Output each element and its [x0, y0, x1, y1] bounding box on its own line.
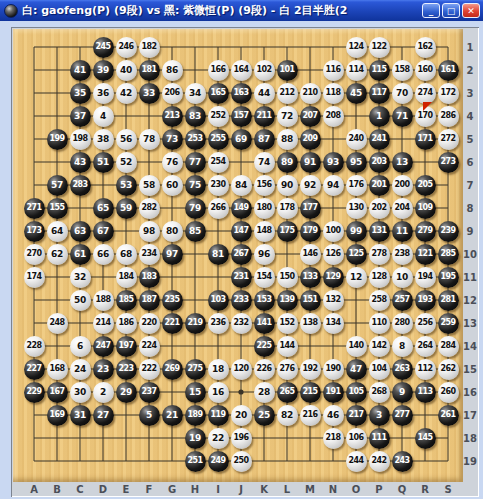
stone-C15-move-24: 24: [70, 359, 91, 380]
row-label-9: 9: [467, 226, 474, 237]
stone-S11-move-195: 195: [438, 267, 459, 288]
stone-R18-move-145: 145: [415, 428, 436, 449]
stone-P13-move-110: 110: [369, 313, 390, 334]
stone-L2-move-101: 101: [277, 60, 298, 81]
stone-K6-move-74: 74: [254, 152, 275, 173]
stone-B15-move-168: 168: [47, 359, 68, 380]
stone-E16-move-29: 29: [116, 382, 137, 403]
col-label-M: M: [305, 484, 315, 495]
stone-S14-move-284: 284: [438, 336, 459, 357]
stone-F17-move-5: 5: [139, 405, 160, 426]
stone-G10-move-97: 97: [162, 244, 183, 265]
row-label-4: 4: [467, 111, 474, 122]
stone-G17-move-21: 21: [162, 405, 183, 426]
stone-Q19-move-243: 243: [392, 451, 413, 472]
stone-K8-move-180: 180: [254, 198, 275, 219]
stone-J10-move-267: 267: [231, 244, 252, 265]
stone-E13-move-186: 186: [116, 313, 137, 334]
stone-P8-move-202: 202: [369, 198, 390, 219]
stone-K3-move-44: 44: [254, 83, 275, 104]
stone-F9-move-98: 98: [139, 221, 160, 242]
stone-L11-move-150: 150: [277, 267, 298, 288]
stone-M8-move-177: 177: [300, 198, 321, 219]
stone-O6-move-95: 95: [346, 152, 367, 173]
stone-I7-move-230: 230: [208, 175, 229, 196]
stone-M9-move-179: 179: [300, 221, 321, 242]
stone-J2-move-164: 164: [231, 60, 252, 81]
col-label-C: C: [76, 484, 83, 495]
column-coordinate-strip: ABCDEFGHIJKLMNOPQRS: [13, 482, 477, 495]
stone-S5-move-272: 272: [438, 129, 459, 150]
stone-J12-move-233: 233: [231, 290, 252, 311]
stone-J18-move-196: 196: [231, 428, 252, 449]
close-button[interactable]: ✕: [462, 3, 480, 18]
stone-K7-move-156: 156: [254, 175, 275, 196]
board-frame: 2452461821241221624139401818616616410210…: [11, 27, 479, 497]
stone-L16-move-265: 265: [277, 382, 298, 403]
stone-P1-move-122: 122: [369, 37, 390, 58]
window-title: 白: gaofeng(P) (9段) vs 黑: 紫微恒(P) (9段) - 白…: [22, 3, 422, 18]
stone-O17-move-217: 217: [346, 405, 367, 426]
row-label-6: 6: [467, 157, 474, 168]
stone-K10-move-96: 96: [254, 244, 275, 265]
stone-E8-move-59: 59: [116, 198, 137, 219]
row-label-19: 19: [463, 456, 477, 467]
stone-N10-move-126: 126: [323, 244, 344, 265]
stone-P4-move-1: 1: [369, 106, 390, 127]
stone-S16-move-260: 260: [438, 382, 459, 403]
stone-H6-move-77: 77: [185, 152, 206, 173]
stone-Q2-move-158: 158: [392, 60, 413, 81]
stone-O9-move-99: 99: [346, 221, 367, 242]
stone-D6-move-51: 51: [93, 152, 114, 173]
stone-N6-move-93: 93: [323, 152, 344, 173]
stone-I10-move-81: 81: [208, 244, 229, 265]
stone-G13-move-221: 221: [162, 313, 183, 334]
stone-O14-move-140: 140: [346, 336, 367, 357]
row-label-18: 18: [463, 433, 477, 444]
stone-P19-move-242: 242: [369, 451, 390, 472]
stone-H9-move-85: 85: [185, 221, 206, 242]
row-label-13: 13: [463, 318, 477, 329]
stone-I13-move-236: 236: [208, 313, 229, 334]
stone-S12-move-281: 281: [438, 290, 459, 311]
stone-B16-move-167: 167: [47, 382, 68, 403]
stone-P11-move-128: 128: [369, 267, 390, 288]
go-board: 2452461821241221624139401818616616410210…: [13, 29, 463, 482]
stone-Q17-move-277: 277: [392, 405, 413, 426]
stone-E6-move-52: 52: [116, 152, 137, 173]
col-label-P: P: [375, 484, 382, 495]
stone-S2-move-161: 161: [438, 60, 459, 81]
stone-C14-move-6: 6: [70, 336, 91, 357]
stone-C3-move-35: 35: [70, 83, 91, 104]
stone-L8-move-178: 178: [277, 198, 298, 219]
stone-R8-move-109: 109: [415, 198, 436, 219]
minimize-button[interactable]: _: [422, 3, 440, 18]
stone-N4-move-208: 208: [323, 106, 344, 127]
stone-O18-move-106: 106: [346, 428, 367, 449]
stone-J13-move-232: 232: [231, 313, 252, 334]
stone-J3-move-163: 163: [231, 83, 252, 104]
row-label-17: 17: [463, 410, 477, 421]
stone-D12-move-188: 188: [93, 290, 114, 311]
stone-M12-move-151: 151: [300, 290, 321, 311]
stone-R7-move-205: 205: [415, 175, 436, 196]
col-label-B: B: [53, 484, 61, 495]
stone-Q6-move-13: 13: [392, 152, 413, 173]
stone-K4-move-211: 211: [254, 106, 275, 127]
stone-C10-move-61: 61: [70, 244, 91, 265]
row-label-7: 7: [467, 180, 474, 191]
stone-K14-move-225: 225: [254, 336, 275, 357]
stone-O7-move-176: 176: [346, 175, 367, 196]
stone-B13-move-248: 248: [47, 313, 68, 334]
stone-M4-move-207: 207: [300, 106, 321, 127]
stone-R13-move-256: 256: [415, 313, 436, 334]
stone-F2-move-181: 181: [139, 60, 160, 81]
stone-P9-move-131: 131: [369, 221, 390, 242]
stone-O3-move-45: 45: [346, 83, 367, 104]
stone-N12-move-132: 132: [323, 290, 344, 311]
stone-R2-move-160: 160: [415, 60, 436, 81]
stone-G12-move-235: 235: [162, 290, 183, 311]
game-record-window: 白: gaofeng(P) (9段) vs 黑: 紫微恒(P) (9段) - 白…: [0, 0, 483, 499]
stone-F8-move-282: 282: [139, 198, 160, 219]
stone-D15-move-23: 23: [93, 359, 114, 380]
stone-N15-move-190: 190: [323, 359, 344, 380]
maximize-button[interactable]: □: [442, 3, 460, 18]
stone-F15-move-222: 222: [139, 359, 160, 380]
stone-N2-move-116: 116: [323, 60, 344, 81]
stone-G3-move-206: 206: [162, 83, 183, 104]
stone-E2-move-40: 40: [116, 60, 137, 81]
stone-H19-move-251: 251: [185, 451, 206, 472]
stone-H17-move-189: 189: [185, 405, 206, 426]
stone-L14-move-144: 144: [277, 336, 298, 357]
stone-F11-move-183: 183: [139, 267, 160, 288]
stone-I15-move-18: 18: [208, 359, 229, 380]
stone-J11-move-231: 231: [231, 267, 252, 288]
col-label-L: L: [284, 484, 290, 495]
stone-M13-move-138: 138: [300, 313, 321, 334]
stone-R12-move-193: 193: [415, 290, 436, 311]
stone-H16-move-15: 15: [185, 382, 206, 403]
stone-N17-move-46: 46: [323, 405, 344, 426]
col-label-O: O: [352, 484, 361, 495]
stone-O2-move-114: 114: [346, 60, 367, 81]
stone-S3-move-172: 172: [438, 83, 459, 104]
stone-H13-move-219: 219: [185, 313, 206, 334]
stone-C9-move-63: 63: [70, 221, 91, 242]
stone-S17-move-261: 261: [438, 405, 459, 426]
stone-F13-move-220: 220: [139, 313, 160, 334]
stone-B5-move-199: 199: [47, 129, 68, 150]
stone-C2-move-41: 41: [70, 60, 91, 81]
stone-S9-move-239: 239: [438, 221, 459, 242]
col-label-R: R: [421, 484, 429, 495]
stone-N18-move-218: 218: [323, 428, 344, 449]
stone-S6-move-273: 273: [438, 152, 459, 173]
stone-R11-move-194: 194: [415, 267, 436, 288]
stone-J17-move-20: 20: [231, 405, 252, 426]
stone-C6-move-43: 43: [70, 152, 91, 173]
stone-M7-move-92: 92: [300, 175, 321, 196]
stone-K17-move-25: 25: [254, 405, 275, 426]
stone-C17-move-31: 31: [70, 405, 91, 426]
stone-H3-move-34: 34: [185, 83, 206, 104]
stone-R3-move-274: 274: [415, 83, 436, 104]
stone-O8-move-130: 130: [346, 198, 367, 219]
stone-L4-move-72: 72: [277, 106, 298, 127]
stone-A11-move-174: 174: [24, 267, 45, 288]
stone-I12-move-103: 103: [208, 290, 229, 311]
row-label-15: 15: [463, 364, 477, 375]
stone-M15-move-192: 192: [300, 359, 321, 380]
stone-M3-move-210: 210: [300, 83, 321, 104]
stone-I18-move-22: 22: [208, 428, 229, 449]
row-label-1: 1: [467, 42, 474, 53]
col-label-Q: Q: [398, 484, 407, 495]
stone-D14-move-247: 247: [93, 336, 114, 357]
stone-R5-move-171: 171: [415, 129, 436, 150]
stone-D8-move-65: 65: [93, 198, 114, 219]
stone-P10-move-278: 278: [369, 244, 390, 265]
row-label-8: 8: [467, 203, 474, 214]
stone-I3-move-165: 165: [208, 83, 229, 104]
stone-D17-move-27: 27: [93, 405, 114, 426]
stone-I8-move-266: 266: [208, 198, 229, 219]
stone-I19-move-249: 249: [208, 451, 229, 472]
stone-G5-move-73: 73: [162, 129, 183, 150]
col-label-D: D: [99, 484, 107, 495]
col-label-K: K: [260, 484, 268, 495]
stone-F1-move-182: 182: [139, 37, 160, 58]
row-label-10: 10: [463, 249, 477, 260]
stone-M5-move-209: 209: [300, 129, 321, 150]
stone-J19-move-250: 250: [231, 451, 252, 472]
stone-E14-move-197: 197: [116, 336, 137, 357]
stone-N7-move-94: 94: [323, 175, 344, 196]
stone-R15-move-112: 112: [415, 359, 436, 380]
stone-B17-move-169: 169: [47, 405, 68, 426]
stone-L9-move-175: 175: [277, 221, 298, 242]
col-label-N: N: [329, 484, 337, 495]
stone-D5-move-38: 38: [93, 129, 114, 150]
stone-G6-move-76: 76: [162, 152, 183, 173]
stone-E15-move-223: 223: [116, 359, 137, 380]
stone-Q12-move-257: 257: [392, 290, 413, 311]
stone-O19-move-244: 244: [346, 451, 367, 472]
row-label-12: 12: [463, 295, 477, 306]
stone-K2-move-102: 102: [254, 60, 275, 81]
stone-Q3-move-70: 70: [392, 83, 413, 104]
stone-R14-move-264: 264: [415, 336, 436, 357]
stone-S15-move-262: 262: [438, 359, 459, 380]
stone-L6-move-89: 89: [277, 152, 298, 173]
stone-M17-move-216: 216: [300, 405, 321, 426]
stone-H8-move-79: 79: [185, 198, 206, 219]
stone-S13-move-259: 259: [438, 313, 459, 334]
stone-P17-move-3: 3: [369, 405, 390, 426]
stone-P16-move-268: 268: [369, 382, 390, 403]
stone-D9-move-67: 67: [93, 221, 114, 242]
stone-N11-move-129: 129: [323, 267, 344, 288]
row-label-11: 11: [463, 272, 477, 283]
stone-M6-move-91: 91: [300, 152, 321, 173]
stone-O16-move-105: 105: [346, 382, 367, 403]
stone-A16-move-229: 229: [24, 382, 45, 403]
title-bar[interactable]: 白: gaofeng(P) (9段) vs 黑: 紫微恒(P) (9段) - 白…: [0, 0, 483, 21]
stone-S10-move-285: 285: [438, 244, 459, 265]
col-label-F: F: [146, 484, 153, 495]
stone-D1-move-245: 245: [93, 37, 114, 58]
stone-O11-move-12: 12: [346, 267, 367, 288]
stone-N3-move-118: 118: [323, 83, 344, 104]
stone-B8-move-155: 155: [47, 198, 68, 219]
stone-J5-move-69: 69: [231, 129, 252, 150]
stone-E11-move-184: 184: [116, 267, 137, 288]
stone-I2-move-166: 166: [208, 60, 229, 81]
stone-K12-move-153: 153: [254, 290, 275, 311]
stone-J7-move-84: 84: [231, 175, 252, 196]
stone-Q15-move-263: 263: [392, 359, 413, 380]
stone-R10-move-121: 121: [415, 244, 436, 265]
stone-L3-move-212: 212: [277, 83, 298, 104]
stone-Q9-move-11: 11: [392, 221, 413, 242]
row-coordinate-strip: 12345678910111213141516171819: [463, 29, 477, 482]
stone-C16-move-30: 30: [70, 382, 91, 403]
stone-F10-move-234: 234: [139, 244, 160, 265]
stone-G15-move-269: 269: [162, 359, 183, 380]
stone-E10-move-68: 68: [116, 244, 137, 265]
stone-D10-move-66: 66: [93, 244, 114, 265]
stone-I6-move-254: 254: [208, 152, 229, 173]
stone-E1-move-246: 246: [116, 37, 137, 58]
col-label-A: A: [30, 484, 38, 495]
stone-J8-move-149: 149: [231, 198, 252, 219]
col-label-E: E: [123, 484, 130, 495]
stone-L12-move-139: 139: [277, 290, 298, 311]
stone-A14-move-228: 228: [24, 336, 45, 357]
stone-L13-move-152: 152: [277, 313, 298, 334]
row-label-3: 3: [467, 88, 474, 99]
stone-D13-move-214: 214: [93, 313, 114, 334]
stone-A8-move-271: 271: [24, 198, 45, 219]
stone-O10-move-125: 125: [346, 244, 367, 265]
stone-K11-move-154: 154: [254, 267, 275, 288]
col-label-J: J: [239, 484, 243, 495]
stone-G4-move-213: 213: [162, 106, 183, 127]
stone-Q4-move-71: 71: [392, 106, 413, 127]
stone-I16-move-16: 16: [208, 382, 229, 403]
stone-H15-move-275: 275: [185, 359, 206, 380]
stone-F12-move-187: 187: [139, 290, 160, 311]
stone-F3-move-33: 33: [139, 83, 160, 104]
stone-O5-move-240: 240: [346, 129, 367, 150]
stone-P14-move-142: 142: [369, 336, 390, 357]
stone-H4-move-83: 83: [185, 106, 206, 127]
last-move-marker: [423, 102, 432, 111]
col-label-I: I: [216, 484, 220, 495]
stone-I17-move-119: 119: [208, 405, 229, 426]
stone-M11-move-133: 133: [300, 267, 321, 288]
row-label-16: 16: [463, 387, 477, 398]
stone-J15-move-120: 120: [231, 359, 252, 380]
stone-Q14-move-8: 8: [392, 336, 413, 357]
stone-E3-move-42: 42: [116, 83, 137, 104]
row-label-2: 2: [467, 65, 474, 76]
stone-R1-move-162: 162: [415, 37, 436, 58]
col-label-G: G: [168, 484, 176, 495]
stone-H18-move-19: 19: [185, 428, 206, 449]
stone-C4-move-37: 37: [70, 106, 91, 127]
stone-K9-move-148: 148: [254, 221, 275, 242]
stone-N9-move-100: 100: [323, 221, 344, 242]
stone-Q13-move-280: 280: [392, 313, 413, 334]
go-stone-app-icon: [4, 4, 18, 18]
stone-C12-move-50: 50: [70, 290, 91, 311]
stone-B7-move-57: 57: [47, 175, 68, 196]
stone-O1-move-124: 124: [346, 37, 367, 58]
stone-G2-move-86: 86: [162, 60, 183, 81]
stone-F7-move-58: 58: [139, 175, 160, 196]
stone-P6-move-203: 203: [369, 152, 390, 173]
stone-J4-move-157: 157: [231, 106, 252, 127]
stone-F5-move-78: 78: [139, 129, 160, 150]
stone-H5-move-253: 253: [185, 129, 206, 150]
stone-M10-move-146: 146: [300, 244, 321, 265]
stone-A9-move-173: 173: [24, 221, 45, 242]
stone-J9-move-147: 147: [231, 221, 252, 242]
stone-I5-move-255: 255: [208, 129, 229, 150]
stone-Q10-move-238: 238: [392, 244, 413, 265]
stone-D3-move-36: 36: [93, 83, 114, 104]
stone-E7-move-53: 53: [116, 175, 137, 196]
titlebar-buttons: _ □ ✕: [422, 3, 480, 18]
stone-I4-move-252: 252: [208, 106, 229, 127]
stone-L17-move-82: 82: [277, 405, 298, 426]
stone-C5-move-198: 198: [70, 129, 91, 150]
stone-P7-move-201: 201: [369, 175, 390, 196]
stone-F16-move-237: 237: [139, 382, 160, 403]
stone-G7-move-60: 60: [162, 175, 183, 196]
stone-C11-move-32: 32: [70, 267, 91, 288]
stone-B9-move-64: 64: [47, 221, 68, 242]
stone-K16-move-28: 28: [254, 382, 275, 403]
stone-P2-move-115: 115: [369, 60, 390, 81]
stone-G9-move-80: 80: [162, 221, 183, 242]
stone-P5-move-241: 241: [369, 129, 390, 150]
stone-R9-move-279: 279: [415, 221, 436, 242]
stone-D16-move-2: 2: [93, 382, 114, 403]
stone-Q8-move-204: 204: [392, 198, 413, 219]
col-label-S: S: [444, 484, 451, 495]
star-point: [238, 389, 243, 394]
stone-B10-move-62: 62: [47, 244, 68, 265]
stone-L7-move-90: 90: [277, 175, 298, 196]
stone-N13-move-134: 134: [323, 313, 344, 334]
stone-K13-move-141: 141: [254, 313, 275, 334]
stone-H7-move-75: 75: [185, 175, 206, 196]
stone-P12-move-258: 258: [369, 290, 390, 311]
stone-Q16-move-9: 9: [392, 382, 413, 403]
stone-Q7-move-200: 200: [392, 175, 413, 196]
stone-M16-move-215: 215: [300, 382, 321, 403]
row-label-5: 5: [467, 134, 474, 145]
stone-E12-move-185: 185: [116, 290, 137, 311]
stone-L15-move-276: 276: [277, 359, 298, 380]
